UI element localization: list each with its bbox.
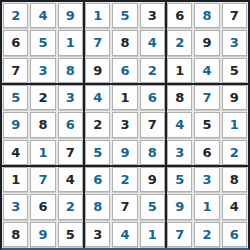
sudoku-cell-r9c8[interactable]: 2 xyxy=(194,222,219,247)
sudoku-cell-r1c6[interactable]: 3 xyxy=(140,3,165,28)
sudoku-cell-r8c5[interactable]: 7 xyxy=(112,194,137,219)
sudoku-cell-r8c4[interactable]: 8 xyxy=(85,194,110,219)
sudoku-cell-r6c7[interactable]: 3 xyxy=(167,140,192,165)
sudoku-cell-r9c3[interactable]: 5 xyxy=(58,222,83,247)
sudoku-cell-r1c2[interactable]: 4 xyxy=(30,3,55,28)
sudoku-cell-r7c5[interactable]: 2 xyxy=(112,167,137,192)
sudoku-cell-r6c2[interactable]: 1 xyxy=(30,140,55,165)
sudoku-cell-r8c3[interactable]: 2 xyxy=(58,194,83,219)
sudoku-cell-r1c7[interactable]: 6 xyxy=(167,3,192,28)
sudoku-cell-r4c3[interactable]: 3 xyxy=(58,85,83,110)
sudoku-cell-r3c8[interactable]: 4 xyxy=(194,58,219,83)
sudoku-cell-r7c7[interactable]: 5 xyxy=(167,167,192,192)
sudoku-cell-r7c9[interactable]: 8 xyxy=(222,167,247,192)
sudoku-cell-r5c9[interactable]: 1 xyxy=(222,112,247,137)
sudoku-cell-r4c5[interactable]: 1 xyxy=(112,85,137,110)
sudoku-cell-r6c8[interactable]: 6 xyxy=(194,140,219,165)
sudoku-cell-r4c1[interactable]: 5 xyxy=(3,85,28,110)
sudoku-cell-r2c2[interactable]: 5 xyxy=(30,30,55,55)
sudoku-cell-r1c3[interactable]: 9 xyxy=(58,3,83,28)
sudoku-cell-r7c4[interactable]: 6 xyxy=(85,167,110,192)
sudoku-cell-r4c4[interactable]: 4 xyxy=(85,85,110,110)
sudoku-cell-r4c8[interactable]: 7 xyxy=(194,85,219,110)
sudoku-cell-r2c8[interactable]: 9 xyxy=(194,30,219,55)
sudoku-cell-r3c9[interactable]: 5 xyxy=(222,58,247,83)
sudoku-cell-r6c3[interactable]: 7 xyxy=(58,140,83,165)
sudoku-cell-r5c5[interactable]: 3 xyxy=(112,112,137,137)
sudoku-cell-r1c4[interactable]: 1 xyxy=(85,3,110,28)
sudoku-cell-r3c5[interactable]: 6 xyxy=(112,58,137,83)
sudoku-cell-r8c8[interactable]: 1 xyxy=(194,194,219,219)
sudoku-cell-r3c6[interactable]: 2 xyxy=(140,58,165,83)
sudoku-cell-r9c7[interactable]: 7 xyxy=(167,222,192,247)
sudoku-cell-r5c4[interactable]: 2 xyxy=(85,112,110,137)
sudoku-cell-r4c6[interactable]: 6 xyxy=(140,85,165,110)
sudoku-cell-r4c9[interactable]: 9 xyxy=(222,85,247,110)
sudoku-cell-r6c1[interactable]: 4 xyxy=(3,140,28,165)
sudoku-cell-r6c4[interactable]: 5 xyxy=(85,140,110,165)
sudoku-cell-r7c8[interactable]: 3 xyxy=(194,167,219,192)
sudoku-cell-r5c1[interactable]: 9 xyxy=(3,112,28,137)
sudoku-cell-r9c9[interactable]: 6 xyxy=(222,222,247,247)
sudoku-cell-r5c2[interactable]: 8 xyxy=(30,112,55,137)
sudoku-cell-r2c4[interactable]: 7 xyxy=(85,30,110,55)
sudoku-cell-r8c2[interactable]: 6 xyxy=(30,194,55,219)
sudoku-cell-r5c3[interactable]: 6 xyxy=(58,112,83,137)
sudoku-cell-r6c6[interactable]: 8 xyxy=(140,140,165,165)
sudoku-cell-r8c6[interactable]: 5 xyxy=(140,194,165,219)
sudoku-cell-r3c7[interactable]: 1 xyxy=(167,58,192,83)
sudoku-cell-r3c2[interactable]: 3 xyxy=(30,58,55,83)
sudoku-cell-r2c7[interactable]: 2 xyxy=(167,30,192,55)
sudoku-cell-r8c1[interactable]: 3 xyxy=(3,194,28,219)
sudoku-cell-r5c7[interactable]: 4 xyxy=(167,112,192,137)
sudoku-cell-r6c9[interactable]: 2 xyxy=(222,140,247,165)
sudoku-cell-r5c8[interactable]: 5 xyxy=(194,112,219,137)
sudoku-cell-r1c1[interactable]: 2 xyxy=(3,3,28,28)
sudoku-cell-r4c7[interactable]: 8 xyxy=(167,85,192,110)
sudoku-cell-r8c7[interactable]: 9 xyxy=(167,194,192,219)
sudoku-cell-r5c6[interactable]: 7 xyxy=(140,112,165,137)
sudoku-cell-r2c3[interactable]: 1 xyxy=(58,30,83,55)
sudoku-cell-r3c3[interactable]: 8 xyxy=(58,58,83,83)
sudoku-cell-r7c1[interactable]: 1 xyxy=(3,167,28,192)
sudoku-cell-r1c9[interactable]: 7 xyxy=(222,3,247,28)
sudoku-cell-r3c1[interactable]: 7 xyxy=(3,58,28,83)
sudoku-cell-r9c1[interactable]: 8 xyxy=(3,222,28,247)
sudoku-cell-r4c2[interactable]: 2 xyxy=(30,85,55,110)
sudoku-cell-r3c4[interactable]: 9 xyxy=(85,58,110,83)
sudoku-cell-r7c3[interactable]: 4 xyxy=(58,167,83,192)
sudoku-cell-r9c2[interactable]: 9 xyxy=(30,222,55,247)
sudoku-cell-r9c5[interactable]: 4 xyxy=(112,222,137,247)
sudoku-cell-r9c4[interactable]: 3 xyxy=(85,222,110,247)
sudoku-cell-r2c5[interactable]: 8 xyxy=(112,30,137,55)
sudoku-cell-r2c6[interactable]: 4 xyxy=(140,30,165,55)
sudoku-cell-r7c2[interactable]: 7 xyxy=(30,167,55,192)
sudoku-cell-r9c6[interactable]: 1 xyxy=(140,222,165,247)
sudoku-cell-r7c6[interactable]: 9 xyxy=(140,167,165,192)
sudoku-cell-r1c5[interactable]: 5 xyxy=(112,3,137,28)
sudoku-cell-r2c9[interactable]: 3 xyxy=(222,30,247,55)
sudoku-cell-r2c1[interactable]: 6 xyxy=(3,30,28,55)
sudoku-cell-r6c5[interactable]: 9 xyxy=(112,140,137,165)
sudoku-cell-r8c9[interactable]: 4 xyxy=(222,194,247,219)
sudoku-cell-r1c8[interactable]: 8 xyxy=(194,3,219,28)
sudoku-board: 2491536876517842937389621455234168799862… xyxy=(0,0,250,250)
